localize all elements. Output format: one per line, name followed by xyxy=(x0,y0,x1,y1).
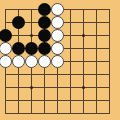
black-stone xyxy=(38,16,51,29)
white-stone xyxy=(0,55,12,68)
black-stone xyxy=(38,29,51,42)
black-stone xyxy=(12,42,25,55)
grid-line-vertical xyxy=(96,9,97,114)
white-stone xyxy=(0,42,12,55)
white-stone xyxy=(51,3,64,16)
white-stone xyxy=(51,42,64,55)
white-stone xyxy=(51,29,64,42)
star-point xyxy=(30,34,33,37)
grid-line-vertical xyxy=(109,9,110,114)
star-point xyxy=(30,86,33,89)
grid-line-horizontal xyxy=(5,113,110,114)
star-point xyxy=(82,86,85,89)
grid-line-vertical xyxy=(83,9,84,114)
white-stone xyxy=(12,55,25,68)
black-stone xyxy=(25,42,38,55)
white-stone xyxy=(51,55,64,68)
white-stone xyxy=(25,55,38,68)
black-stone xyxy=(0,29,12,42)
black-stone xyxy=(12,16,25,29)
black-stone xyxy=(38,3,51,16)
white-stone xyxy=(51,16,64,29)
grid-line-horizontal xyxy=(5,100,110,101)
grid-line-horizontal xyxy=(5,87,110,88)
white-stone xyxy=(38,55,51,68)
grid-line-horizontal xyxy=(5,74,110,75)
black-stone xyxy=(38,42,51,55)
grid-line-vertical xyxy=(70,9,71,114)
star-point xyxy=(82,34,85,37)
go-board[interactable] xyxy=(0,0,120,120)
